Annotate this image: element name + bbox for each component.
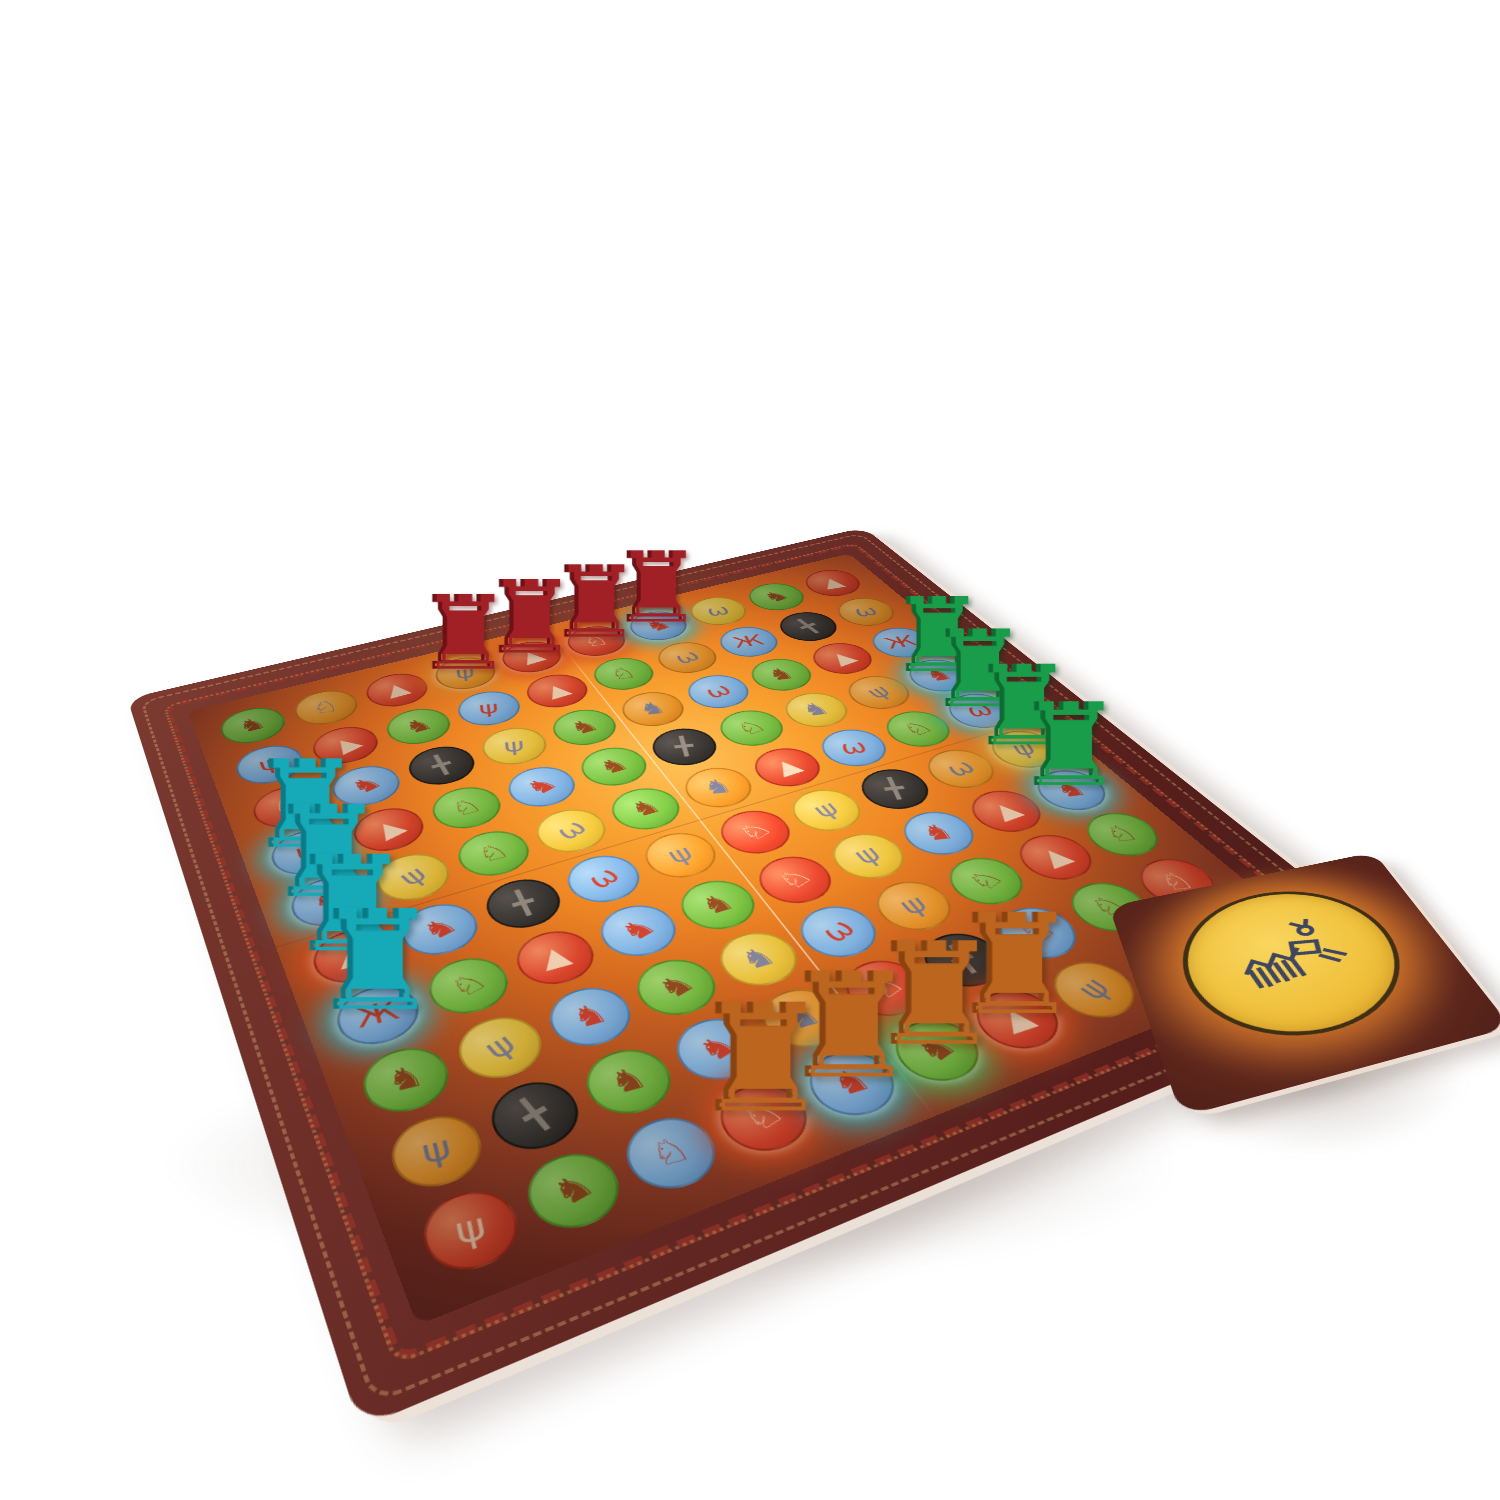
deer-petroglyph-icon: ♞ [765, 665, 798, 683]
llama-petroglyph-icon: ♘ [898, 717, 938, 740]
bird-petroglyph-icon: ψ [418, 1130, 453, 1169]
monkey-petroglyph-icon: ω [703, 602, 732, 618]
orange-totem[interactable]: ♜ [697, 984, 831, 1133]
deer-petroglyph-icon: ♞ [799, 700, 833, 719]
pyramid-petroglyph-icon: ▲ [1034, 843, 1076, 870]
compass-petroglyph-icon: ╋ [513, 1095, 556, 1132]
deer-petroglyph-icon: ♞ [520, 773, 563, 799]
deer-petroglyph-icon: ♞ [696, 889, 740, 919]
monkey-petroglyph-icon: ω [581, 863, 625, 892]
red-totem[interactable]: ♜ [420, 582, 512, 685]
bird-petroglyph-icon: ψ [451, 1207, 488, 1250]
deer-petroglyph-icon: ♞ [736, 941, 782, 974]
green-space-circle: ♘ [424, 781, 510, 836]
llama-petroglyph-icon: ♘ [732, 716, 771, 738]
bird-petroglyph-icon: ψ [808, 797, 843, 821]
board-perspective-wrap: ♞♘▲ψ♜▲♜♘♜♞♜ω♞▲ψ▲♞ψ▲♘ωЖ╋ω♘♞╋ψ♞♞ω♞▲Жψ♜▲♘♞♞… [220, 340, 1180, 1300]
card-perspective-wrap [1138, 806, 1450, 1118]
deer-petroglyph-icon: ♞ [637, 699, 668, 718]
deer-petroglyph-icon: ♞ [595, 754, 634, 778]
bird-petroglyph-icon: ψ [849, 842, 886, 868]
pyramid-petroglyph-icon: ▲ [768, 755, 805, 778]
deer-petroglyph-icon: ♞ [758, 587, 793, 604]
teal-totem[interactable]: ♜ [315, 891, 439, 1029]
deer-petroglyph-icon: ♞ [383, 1060, 426, 1098]
green-totem[interactable]: ♜ [1020, 687, 1123, 802]
monkey-petroglyph-icon: ω [837, 737, 870, 757]
bird-petroglyph-icon: ψ [478, 698, 499, 716]
photo-scene: ♞♘▲ψ♜▲♜♘♜♞♜ω♞▲ψ▲♞ψ▲♘ωЖ╋ω♘♞╋ψ♞♞ω♞▲Жψ♜▲♘♞♞… [0, 0, 1500, 1500]
monkey-petroglyph-icon: ω [850, 603, 881, 619]
deer-petroglyph-icon: ♞ [626, 795, 666, 821]
condor-petroglyph-icon [1212, 911, 1371, 1006]
llama-petroglyph-icon: ♘ [443, 967, 492, 1003]
deer-petroglyph-icon: ♞ [614, 913, 662, 946]
llama-petroglyph-icon: ♘ [311, 697, 339, 716]
card-symbol-circle [1160, 876, 1439, 1060]
board-space-r7c7[interactable]: ψ [811, 821, 927, 892]
compass-petroglyph-icon: ╋ [793, 618, 822, 634]
deer-petroglyph-icon: ♞ [605, 1061, 652, 1099]
bird-petroglyph-icon: ψ [862, 682, 895, 701]
deer-petroglyph-icon: ♞ [651, 968, 701, 1004]
monkey-petroglyph-icon: ω [550, 816, 593, 843]
deer-petroglyph-icon: ♞ [919, 820, 957, 843]
objective-card[interactable] [1109, 852, 1500, 1117]
pyramid-petroglyph-icon: ▲ [541, 680, 574, 700]
pyramid-petroglyph-icon: ▲ [985, 798, 1025, 823]
bird-petroglyph-icon: ψ [478, 1029, 521, 1064]
monkey-petroglyph-icon: ω [669, 647, 704, 666]
spider-petroglyph-icon: Ж [730, 632, 766, 650]
board-space-r10c4[interactable]: ♘♜ [696, 1066, 835, 1173]
pyramid-petroglyph-icon: ▲ [818, 575, 846, 590]
llama-petroglyph-icon: ♘ [1101, 821, 1143, 845]
deer-petroglyph-icon: ♞ [545, 1166, 602, 1214]
monkey-petroglyph-icon: ω [700, 681, 736, 701]
